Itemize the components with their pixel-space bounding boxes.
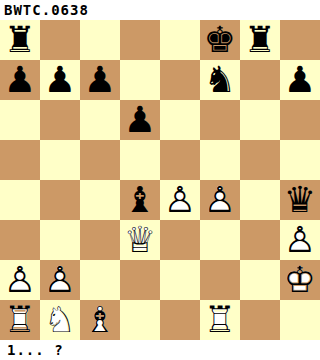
square-f1[interactable]: ♜♖: [200, 300, 240, 340]
square-b6[interactable]: [40, 100, 80, 140]
square-h6[interactable]: [280, 100, 320, 140]
square-a2[interactable]: ♟♙: [0, 260, 40, 300]
square-d6[interactable]: ♟: [120, 100, 160, 140]
square-c4[interactable]: [80, 180, 120, 220]
square-g6[interactable]: [240, 100, 280, 140]
piece-white-king: ♔: [280, 260, 320, 300]
piece-white-knight: ♘: [40, 300, 80, 340]
square-d7[interactable]: [120, 60, 160, 100]
square-e8[interactable]: [160, 20, 200, 60]
piece-black-queen: ♛: [280, 180, 320, 220]
square-f6[interactable]: [200, 100, 240, 140]
puzzle-title: BWTC.0638: [0, 0, 320, 20]
square-d8[interactable]: [120, 20, 160, 60]
square-c1[interactable]: ♝♗: [80, 300, 120, 340]
square-e7[interactable]: [160, 60, 200, 100]
piece-black-knight: ♞: [200, 60, 240, 100]
piece-white-pawn: ♙: [0, 260, 40, 300]
square-c6[interactable]: [80, 100, 120, 140]
piece-white-rook: ♖: [200, 300, 240, 340]
square-e1[interactable]: [160, 300, 200, 340]
square-g4[interactable]: [240, 180, 280, 220]
piece-black-rook: ♜: [0, 20, 40, 60]
square-h4[interactable]: ♛: [280, 180, 320, 220]
piece-white-king-fill: ♚: [280, 260, 320, 300]
square-h5[interactable]: [280, 140, 320, 180]
square-a1[interactable]: ♜♖: [0, 300, 40, 340]
square-d3[interactable]: ♛♕: [120, 220, 160, 260]
square-e6[interactable]: [160, 100, 200, 140]
square-c3[interactable]: [80, 220, 120, 260]
piece-white-queen-fill: ♛: [120, 220, 160, 260]
square-a4[interactable]: [0, 180, 40, 220]
square-g3[interactable]: [240, 220, 280, 260]
square-b3[interactable]: [40, 220, 80, 260]
square-e2[interactable]: [160, 260, 200, 300]
piece-black-pawn: ♟: [280, 60, 320, 100]
piece-white-queen: ♕: [120, 220, 160, 260]
piece-black-pawn: ♟: [0, 60, 40, 100]
square-a3[interactable]: [0, 220, 40, 260]
square-f3[interactable]: [200, 220, 240, 260]
piece-white-pawn-fill: ♟: [160, 180, 200, 220]
chess-board: ♜♚♜♟♟♟♞♟♟♝♟♙♟♙♛♛♕♟♙♟♙♟♙♚♔♜♖♞♘♝♗♜♖: [0, 20, 320, 340]
piece-white-pawn: ♙: [160, 180, 200, 220]
square-a5[interactable]: [0, 140, 40, 180]
piece-white-rook-fill: ♜: [200, 300, 240, 340]
piece-white-pawn: ♙: [200, 180, 240, 220]
square-g7[interactable]: [240, 60, 280, 100]
square-a6[interactable]: [0, 100, 40, 140]
square-d1[interactable]: [120, 300, 160, 340]
piece-white-rook: ♖: [0, 300, 40, 340]
square-b7[interactable]: ♟: [40, 60, 80, 100]
move-prompt: 1... ?: [0, 340, 320, 360]
square-g8[interactable]: ♜: [240, 20, 280, 60]
square-h8[interactable]: [280, 20, 320, 60]
piece-white-bishop: ♗: [80, 300, 120, 340]
square-c8[interactable]: [80, 20, 120, 60]
square-h1[interactable]: [280, 300, 320, 340]
chess-program-window: BWTC.0638 ♜♚♜♟♟♟♞♟♟♝♟♙♟♙♛♛♕♟♙♟♙♟♙♚♔♜♖♞♘♝…: [0, 0, 320, 360]
square-a8[interactable]: ♜: [0, 20, 40, 60]
piece-black-bishop: ♝: [120, 180, 160, 220]
square-f4[interactable]: ♟♙: [200, 180, 240, 220]
square-h2[interactable]: ♚♔: [280, 260, 320, 300]
piece-white-pawn: ♙: [40, 260, 80, 300]
piece-white-bishop-fill: ♝: [80, 300, 120, 340]
square-f7[interactable]: ♞: [200, 60, 240, 100]
square-h3[interactable]: ♟♙: [280, 220, 320, 260]
piece-black-pawn: ♟: [80, 60, 120, 100]
piece-white-pawn-fill: ♟: [200, 180, 240, 220]
square-b5[interactable]: [40, 140, 80, 180]
square-b4[interactable]: [40, 180, 80, 220]
piece-white-knight-fill: ♞: [40, 300, 80, 340]
piece-white-pawn: ♙: [280, 220, 320, 260]
piece-white-pawn-fill: ♟: [40, 260, 80, 300]
square-c5[interactable]: [80, 140, 120, 180]
square-d2[interactable]: [120, 260, 160, 300]
square-c2[interactable]: [80, 260, 120, 300]
square-e3[interactable]: [160, 220, 200, 260]
square-g2[interactable]: [240, 260, 280, 300]
square-e5[interactable]: [160, 140, 200, 180]
square-f2[interactable]: [200, 260, 240, 300]
square-f8[interactable]: ♚: [200, 20, 240, 60]
piece-white-rook-fill: ♜: [0, 300, 40, 340]
piece-black-pawn: ♟: [40, 60, 80, 100]
piece-white-pawn-fill: ♟: [0, 260, 40, 300]
piece-black-rook: ♜: [240, 20, 280, 60]
square-d5[interactable]: [120, 140, 160, 180]
square-e4[interactable]: ♟♙: [160, 180, 200, 220]
square-c7[interactable]: ♟: [80, 60, 120, 100]
square-a7[interactable]: ♟: [0, 60, 40, 100]
piece-white-pawn-fill: ♟: [280, 220, 320, 260]
square-b2[interactable]: ♟♙: [40, 260, 80, 300]
square-g5[interactable]: [240, 140, 280, 180]
square-h7[interactable]: ♟: [280, 60, 320, 100]
piece-black-pawn: ♟: [120, 100, 160, 140]
square-g1[interactable]: [240, 300, 280, 340]
square-b1[interactable]: ♞♘: [40, 300, 80, 340]
square-f5[interactable]: [200, 140, 240, 180]
square-b8[interactable]: [40, 20, 80, 60]
piece-black-king: ♚: [200, 20, 240, 60]
square-d4[interactable]: ♝: [120, 180, 160, 220]
